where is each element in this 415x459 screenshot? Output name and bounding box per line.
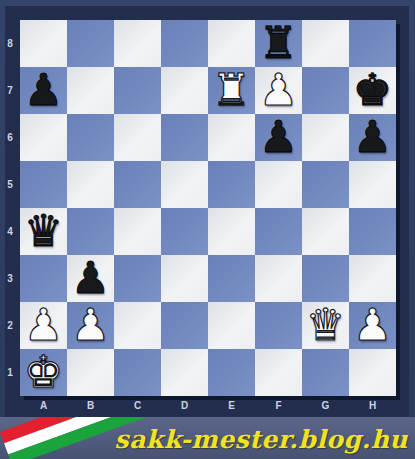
file-label-f: F xyxy=(255,397,302,417)
square-d2[interactable] xyxy=(161,302,208,349)
square-c6[interactable] xyxy=(114,114,161,161)
white-rook-e7: ♜ xyxy=(212,68,251,112)
square-e7[interactable]: ♜ xyxy=(208,67,255,114)
square-c1[interactable] xyxy=(114,349,161,396)
square-f2[interactable] xyxy=(255,302,302,349)
rank-label-2: 2 xyxy=(0,302,20,349)
square-d1[interactable] xyxy=(161,349,208,396)
rank-label-4: 4 xyxy=(0,208,20,255)
white-pawn-h2: ♟ xyxy=(353,303,392,347)
square-e2[interactable] xyxy=(208,302,255,349)
square-e8[interactable] xyxy=(208,20,255,67)
square-b5[interactable] xyxy=(67,161,114,208)
square-f7[interactable]: ♟ xyxy=(255,67,302,114)
square-f5[interactable] xyxy=(255,161,302,208)
rank-label-3: 3 xyxy=(0,255,20,302)
square-f6[interactable]: ♟ xyxy=(255,114,302,161)
square-b2[interactable]: ♟ xyxy=(67,302,114,349)
white-pawn-b2: ♟ xyxy=(71,303,110,347)
square-a2[interactable]: ♟ xyxy=(20,302,67,349)
square-e4[interactable] xyxy=(208,208,255,255)
chess-board: ♜♟♜♟♚♟♟♛♟♟♟♛♟♚ xyxy=(20,20,396,396)
white-pawn-a2: ♟ xyxy=(24,303,63,347)
square-a4[interactable]: ♛ xyxy=(20,208,67,255)
square-a3[interactable] xyxy=(20,255,67,302)
square-c5[interactable] xyxy=(114,161,161,208)
square-d3[interactable] xyxy=(161,255,208,302)
square-b3[interactable]: ♟ xyxy=(67,255,114,302)
square-h7[interactable]: ♚ xyxy=(349,67,396,114)
board-frame: 87654321 ♜♟♜♟♚♟♟♛♟♟♟♛♟♚ ABCDEFGH xyxy=(0,0,415,417)
square-d7[interactable] xyxy=(161,67,208,114)
square-f4[interactable] xyxy=(255,208,302,255)
square-h4[interactable] xyxy=(349,208,396,255)
square-g3[interactable] xyxy=(302,255,349,302)
white-king-a1: ♚ xyxy=(24,350,63,394)
square-h1[interactable] xyxy=(349,349,396,396)
square-e5[interactable] xyxy=(208,161,255,208)
file-label-g: G xyxy=(302,397,349,417)
square-g7[interactable] xyxy=(302,67,349,114)
square-f1[interactable] xyxy=(255,349,302,396)
square-g2[interactable]: ♛ xyxy=(302,302,349,349)
white-queen-g2: ♛ xyxy=(306,303,345,347)
black-king-h7: ♚ xyxy=(353,68,392,112)
rank-label-5: 5 xyxy=(0,161,20,208)
file-label-c: C xyxy=(114,397,161,417)
black-pawn-a7: ♟ xyxy=(24,68,63,112)
site-url-text: sakk-mester.blog.hu xyxy=(115,417,408,459)
square-d4[interactable] xyxy=(161,208,208,255)
square-e6[interactable] xyxy=(208,114,255,161)
square-a6[interactable] xyxy=(20,114,67,161)
square-b8[interactable] xyxy=(67,20,114,67)
square-b4[interactable] xyxy=(67,208,114,255)
square-h5[interactable] xyxy=(349,161,396,208)
file-label-e: E xyxy=(208,397,255,417)
rank-label-7: 7 xyxy=(0,67,20,114)
square-g8[interactable] xyxy=(302,20,349,67)
file-label-d: D xyxy=(161,397,208,417)
square-a8[interactable] xyxy=(20,20,67,67)
square-c2[interactable] xyxy=(114,302,161,349)
file-label-h: H xyxy=(349,397,396,417)
rank-labels: 87654321 xyxy=(0,20,20,396)
square-a1[interactable]: ♚ xyxy=(20,349,67,396)
black-rook-f8: ♜ xyxy=(259,21,298,65)
rank-label-6: 6 xyxy=(0,114,20,161)
square-h3[interactable] xyxy=(349,255,396,302)
square-h6[interactable]: ♟ xyxy=(349,114,396,161)
square-g1[interactable] xyxy=(302,349,349,396)
square-f3[interactable] xyxy=(255,255,302,302)
square-b7[interactable] xyxy=(67,67,114,114)
file-label-b: B xyxy=(67,397,114,417)
square-c4[interactable] xyxy=(114,208,161,255)
square-c8[interactable] xyxy=(114,20,161,67)
square-e1[interactable] xyxy=(208,349,255,396)
black-pawn-h6: ♟ xyxy=(353,115,392,159)
black-queen-a4: ♛ xyxy=(24,209,63,253)
file-label-a: A xyxy=(20,397,67,417)
black-pawn-b3: ♟ xyxy=(71,256,110,300)
square-g6[interactable] xyxy=(302,114,349,161)
black-pawn-f6: ♟ xyxy=(259,115,298,159)
square-h8[interactable] xyxy=(349,20,396,67)
square-f8[interactable]: ♜ xyxy=(255,20,302,67)
square-d6[interactable] xyxy=(161,114,208,161)
square-e3[interactable] xyxy=(208,255,255,302)
square-d5[interactable] xyxy=(161,161,208,208)
chess-diagram: 87654321 ♜♟♜♟♚♟♟♛♟♟♟♛♟♚ ABCDEFGH sakk-me… xyxy=(0,0,415,459)
square-d8[interactable] xyxy=(161,20,208,67)
file-labels: ABCDEFGH xyxy=(20,397,396,417)
rank-label-8: 8 xyxy=(0,20,20,67)
square-b6[interactable] xyxy=(67,114,114,161)
square-g5[interactable] xyxy=(302,161,349,208)
square-b1[interactable] xyxy=(67,349,114,396)
square-c7[interactable] xyxy=(114,67,161,114)
white-pawn-f7: ♟ xyxy=(259,68,298,112)
rank-label-1: 1 xyxy=(0,349,20,396)
square-a5[interactable] xyxy=(20,161,67,208)
square-a7[interactable]: ♟ xyxy=(20,67,67,114)
square-g4[interactable] xyxy=(302,208,349,255)
square-c3[interactable] xyxy=(114,255,161,302)
footer-banner: sakk-mester.blog.hu xyxy=(0,417,415,459)
square-h2[interactable]: ♟ xyxy=(349,302,396,349)
